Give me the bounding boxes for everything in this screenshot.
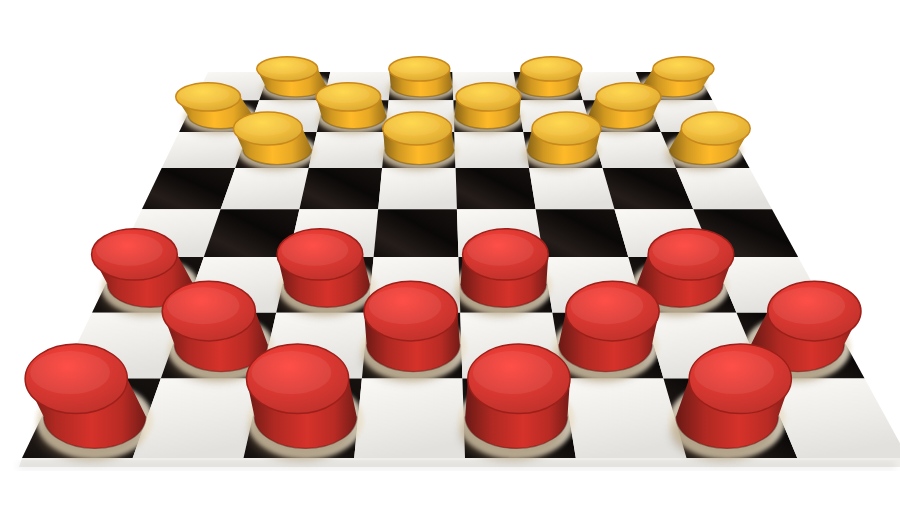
piece-top-highlight bbox=[386, 115, 440, 136]
piece-top-highlight bbox=[96, 234, 163, 266]
piece-top-highlight bbox=[599, 85, 649, 103]
piece-top-highlight bbox=[652, 234, 719, 266]
mat-floor-shadow bbox=[18, 463, 896, 468]
light-square bbox=[309, 132, 386, 168]
dark-square bbox=[142, 168, 235, 209]
checker-piece-yellow bbox=[450, 83, 524, 134]
light-square bbox=[378, 168, 457, 209]
light-square bbox=[454, 132, 529, 168]
piece-top-highlight bbox=[535, 115, 589, 136]
light-square bbox=[221, 168, 309, 209]
piece-top-highlight bbox=[524, 59, 572, 74]
product-photo bbox=[0, 0, 900, 521]
piece-top-highlight bbox=[260, 59, 308, 74]
checker-piece-red bbox=[458, 344, 575, 461]
piece-top-highlight bbox=[473, 351, 553, 394]
piece-top-highlight bbox=[459, 85, 509, 103]
checker-piece-yellow bbox=[380, 112, 459, 171]
piece-top-highlight bbox=[167, 287, 240, 324]
piece-top-highlight bbox=[252, 351, 332, 394]
piece-top-highlight bbox=[694, 351, 774, 394]
checker-piece-red bbox=[360, 281, 466, 382]
piece-top-highlight bbox=[467, 234, 534, 266]
piece-top-highlight bbox=[571, 287, 644, 324]
piece-top-highlight bbox=[179, 85, 229, 103]
light-square bbox=[529, 168, 614, 209]
dark-square bbox=[456, 168, 536, 209]
checker-piece-red bbox=[455, 229, 553, 317]
piece-top-highlight bbox=[369, 287, 442, 324]
piece-top-highlight bbox=[281, 234, 348, 266]
checkers-board bbox=[0, 0, 900, 521]
piece-top-highlight bbox=[772, 287, 845, 324]
piece-top-highlight bbox=[392, 59, 440, 74]
dark-square bbox=[536, 209, 629, 257]
piece-top-highlight bbox=[656, 59, 704, 74]
piece-top-highlight bbox=[30, 351, 110, 394]
piece-top-highlight bbox=[319, 85, 369, 103]
dark-square bbox=[374, 209, 459, 257]
light-square bbox=[354, 379, 465, 458]
dark-square bbox=[299, 168, 382, 209]
piece-top-highlight bbox=[237, 115, 291, 136]
piece-top-highlight bbox=[685, 115, 739, 136]
light-square bbox=[162, 132, 248, 168]
checker-piece-yellow bbox=[513, 57, 583, 102]
checker-piece-yellow bbox=[387, 57, 457, 102]
